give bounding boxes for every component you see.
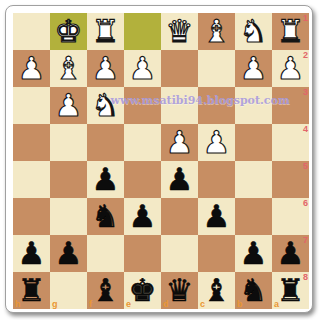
square-c6: ♟ [198,198,235,235]
square-f5: ♟ [87,161,124,198]
black-queen-icon: ♛ [166,272,194,309]
square-a6: 6 [272,198,309,235]
square-b5 [235,161,272,198]
square-c8: ♝c [198,272,235,309]
rank-label-1: 1 [303,13,308,23]
square-e3 [124,87,161,124]
square-g5 [50,161,87,198]
white-rook-icon: ♜ [277,13,305,50]
white-pawn-icon: ♟ [18,50,46,87]
rank-label-4: 4 [303,124,308,134]
square-b1: ♞ [235,13,272,50]
square-a8: ♜8a [272,272,309,309]
file-label-f: f [89,299,92,309]
square-a5: 5 [272,161,309,198]
file-label-g: g [52,299,58,309]
square-d4: ♟ [161,124,198,161]
square-a4: 4 [272,124,309,161]
square-f2: ♟ [87,50,124,87]
square-b3 [235,87,272,124]
rank-label-8: 8 [303,272,308,282]
square-a3: 3 [272,87,309,124]
file-label-a: a [274,299,279,309]
file-label-b: b [237,299,243,309]
square-g1: ♚ [50,13,87,50]
rank-label-2: 2 [303,50,308,60]
square-g8: g [50,272,87,309]
square-c2 [198,50,235,87]
square-h3 [13,87,50,124]
square-b7: ♟ [235,235,272,272]
rank-label-7: 7 [303,235,308,245]
square-g7: ♟ [50,235,87,272]
file-label-d: d [163,299,169,309]
square-g4 [50,124,87,161]
white-bishop-icon: ♝ [203,13,231,50]
black-king-icon: ♚ [129,272,157,309]
file-label-h: h [15,299,21,309]
white-knight-icon: ♞ [240,13,268,50]
white-pawn-icon: ♟ [55,87,83,124]
square-c5 [198,161,235,198]
white-pawn-icon: ♟ [277,50,305,87]
square-e1 [124,13,161,50]
square-d8: ♛d [161,272,198,309]
square-c3 [198,87,235,124]
square-h6 [13,198,50,235]
black-pawn-icon: ♟ [55,235,83,272]
black-pawn-icon: ♟ [166,161,194,198]
rank-label-5: 5 [303,161,308,171]
file-label-e: e [126,299,131,309]
board-frame: ♚♜♛♝♞♜1♟♝♟♟♟♟2♟♞3♟♟4♟♟5♞♟♟6♟♟♟♟7♜hg♝f♚e♛… [5,5,313,313]
square-g6 [50,198,87,235]
chess-board: ♚♜♛♝♞♜1♟♝♟♟♟♟2♟♞3♟♟4♟♟5♞♟♟6♟♟♟♟7♜hg♝f♚e♛… [13,13,309,309]
black-rook-icon: ♜ [18,272,46,309]
black-pawn-icon: ♟ [92,161,120,198]
square-g3: ♟ [50,87,87,124]
square-a2: ♟2 [272,50,309,87]
black-pawn-icon: ♟ [18,235,46,272]
black-pawn-icon: ♟ [203,198,231,235]
black-bishop-icon: ♝ [203,272,231,309]
square-e2: ♟ [124,50,161,87]
square-c4: ♟ [198,124,235,161]
square-g2: ♝ [50,50,87,87]
square-e8: ♚e [124,272,161,309]
white-pawn-icon: ♟ [203,124,231,161]
black-knight-icon: ♞ [92,198,120,235]
black-bishop-icon: ♝ [92,272,120,309]
square-h8: ♜h [13,272,50,309]
square-c7 [198,235,235,272]
white-pawn-icon: ♟ [240,50,268,87]
white-pawn-icon: ♟ [92,50,120,87]
square-b8: ♞b [235,272,272,309]
white-bishop-icon: ♝ [55,50,83,87]
square-e4 [124,124,161,161]
square-h7: ♟ [13,235,50,272]
square-d2 [161,50,198,87]
rank-label-6: 6 [303,198,308,208]
black-rook-icon: ♜ [277,272,305,309]
square-h1 [13,13,50,50]
square-f7 [87,235,124,272]
square-c1: ♝ [198,13,235,50]
white-knight-icon: ♞ [92,87,120,124]
square-b6 [235,198,272,235]
black-pawn-icon: ♟ [277,235,305,272]
white-pawn-icon: ♟ [129,50,157,87]
square-f1: ♜ [87,13,124,50]
square-d7 [161,235,198,272]
square-d3 [161,87,198,124]
square-h4 [13,124,50,161]
file-label-c: c [200,299,205,309]
black-pawn-icon: ♟ [129,198,157,235]
black-pawn-icon: ♟ [240,235,268,272]
white-king-icon: ♚ [55,13,83,50]
square-d6 [161,198,198,235]
black-knight-icon: ♞ [240,272,268,309]
square-d1: ♛ [161,13,198,50]
square-a7: ♟7 [272,235,309,272]
square-f8: ♝f [87,272,124,309]
rank-label-3: 3 [303,87,308,97]
square-h2: ♟ [13,50,50,87]
square-f3: ♞ [87,87,124,124]
white-pawn-icon: ♟ [166,124,194,161]
white-rook-icon: ♜ [92,13,120,50]
square-b2: ♟ [235,50,272,87]
square-a1: ♜1 [272,13,309,50]
square-f6: ♞ [87,198,124,235]
white-queen-icon: ♛ [166,13,194,50]
square-b4 [235,124,272,161]
square-e6: ♟ [124,198,161,235]
square-d5: ♟ [161,161,198,198]
square-e5 [124,161,161,198]
square-e7 [124,235,161,272]
square-h5 [13,161,50,198]
square-f4 [87,124,124,161]
